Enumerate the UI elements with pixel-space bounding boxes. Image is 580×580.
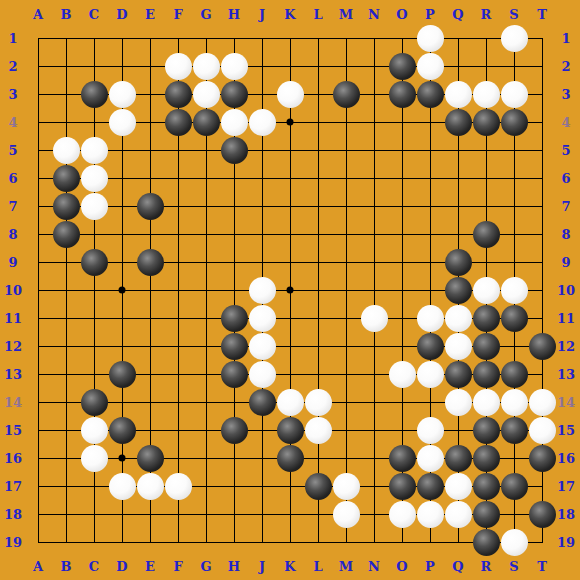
board-point-F7[interactable]	[164, 192, 192, 220]
board-point-T16[interactable]	[528, 444, 556, 472]
board-point-B7[interactable]	[52, 192, 80, 220]
board-point-M19[interactable]	[332, 528, 360, 556]
board-point-K5[interactable]	[276, 136, 304, 164]
board-point-P1[interactable]	[416, 24, 444, 52]
board-point-N3[interactable]	[360, 80, 388, 108]
board-point-R6[interactable]	[472, 164, 500, 192]
board-point-N11[interactable]	[360, 304, 388, 332]
board-point-P4[interactable]	[416, 108, 444, 136]
board-point-F14[interactable]	[164, 388, 192, 416]
board-point-S12[interactable]	[500, 332, 528, 360]
board-point-B9[interactable]	[52, 248, 80, 276]
board-point-F15[interactable]	[164, 416, 192, 444]
board-point-B8[interactable]	[52, 220, 80, 248]
board-point-G1[interactable]	[192, 24, 220, 52]
board-point-N10[interactable]	[360, 276, 388, 304]
board-point-M12[interactable]	[332, 332, 360, 360]
board-point-R15[interactable]	[472, 416, 500, 444]
board-point-K10[interactable]	[276, 276, 304, 304]
board-point-B14[interactable]	[52, 388, 80, 416]
board-point-D11[interactable]	[108, 304, 136, 332]
board-point-D18[interactable]	[108, 500, 136, 528]
board-point-J19[interactable]	[248, 528, 276, 556]
board-point-F10[interactable]	[164, 276, 192, 304]
board-point-C3[interactable]	[80, 80, 108, 108]
board-point-O6[interactable]	[388, 164, 416, 192]
board-point-Q11[interactable]	[444, 304, 472, 332]
board-point-J3[interactable]	[248, 80, 276, 108]
board-point-M2[interactable]	[332, 52, 360, 80]
board-point-Q9[interactable]	[444, 248, 472, 276]
board-point-E1[interactable]	[136, 24, 164, 52]
board-point-R14[interactable]	[472, 388, 500, 416]
board-point-M10[interactable]	[332, 276, 360, 304]
board-point-G4[interactable]	[192, 108, 220, 136]
board-point-R8[interactable]	[472, 220, 500, 248]
board-point-H5[interactable]	[220, 136, 248, 164]
board-point-P17[interactable]	[416, 472, 444, 500]
board-point-B4[interactable]	[52, 108, 80, 136]
board-point-T1[interactable]	[528, 24, 556, 52]
board-point-T8[interactable]	[528, 220, 556, 248]
board-point-L1[interactable]	[304, 24, 332, 52]
board-point-O1[interactable]	[388, 24, 416, 52]
board-point-F17[interactable]	[164, 472, 192, 500]
board-point-J4[interactable]	[248, 108, 276, 136]
board-point-M11[interactable]	[332, 304, 360, 332]
board-point-G5[interactable]	[192, 136, 220, 164]
board-point-P7[interactable]	[416, 192, 444, 220]
board-point-J11[interactable]	[248, 304, 276, 332]
board-point-T12[interactable]	[528, 332, 556, 360]
board-point-P3[interactable]	[416, 80, 444, 108]
board-point-P6[interactable]	[416, 164, 444, 192]
board-point-M14[interactable]	[332, 388, 360, 416]
board-point-R1[interactable]	[472, 24, 500, 52]
board-point-F19[interactable]	[164, 528, 192, 556]
board-point-A11[interactable]	[24, 304, 52, 332]
board-point-N19[interactable]	[360, 528, 388, 556]
board-point-T13[interactable]	[528, 360, 556, 388]
board-point-N15[interactable]	[360, 416, 388, 444]
board-point-S1[interactable]	[500, 24, 528, 52]
board-point-C6[interactable]	[80, 164, 108, 192]
board-point-Q5[interactable]	[444, 136, 472, 164]
board-point-T5[interactable]	[528, 136, 556, 164]
board-point-Q15[interactable]	[444, 416, 472, 444]
board-point-S17[interactable]	[500, 472, 528, 500]
board-point-C7[interactable]	[80, 192, 108, 220]
board-point-B17[interactable]	[52, 472, 80, 500]
board-point-N6[interactable]	[360, 164, 388, 192]
board-point-R16[interactable]	[472, 444, 500, 472]
board-point-G7[interactable]	[192, 192, 220, 220]
board-point-L15[interactable]	[304, 416, 332, 444]
board-point-N14[interactable]	[360, 388, 388, 416]
board-point-J8[interactable]	[248, 220, 276, 248]
board-point-K2[interactable]	[276, 52, 304, 80]
board-point-D5[interactable]	[108, 136, 136, 164]
board-point-B13[interactable]	[52, 360, 80, 388]
board-point-T17[interactable]	[528, 472, 556, 500]
board-point-H15[interactable]	[220, 416, 248, 444]
board-point-A1[interactable]	[24, 24, 52, 52]
board-point-H9[interactable]	[220, 248, 248, 276]
board-point-L18[interactable]	[304, 500, 332, 528]
board-point-A12[interactable]	[24, 332, 52, 360]
board-point-H14[interactable]	[220, 388, 248, 416]
board-point-K12[interactable]	[276, 332, 304, 360]
board-point-O4[interactable]	[388, 108, 416, 136]
board-point-T2[interactable]	[528, 52, 556, 80]
board-point-F13[interactable]	[164, 360, 192, 388]
board-point-C11[interactable]	[80, 304, 108, 332]
board-point-R11[interactable]	[472, 304, 500, 332]
board-point-A15[interactable]	[24, 416, 52, 444]
board-point-D3[interactable]	[108, 80, 136, 108]
board-point-M3[interactable]	[332, 80, 360, 108]
board-point-G19[interactable]	[192, 528, 220, 556]
board-point-A17[interactable]	[24, 472, 52, 500]
board-point-J2[interactable]	[248, 52, 276, 80]
board-point-S3[interactable]	[500, 80, 528, 108]
board-point-E6[interactable]	[136, 164, 164, 192]
board-point-Q2[interactable]	[444, 52, 472, 80]
board-point-Q4[interactable]	[444, 108, 472, 136]
board-point-C16[interactable]	[80, 444, 108, 472]
board-point-D9[interactable]	[108, 248, 136, 276]
board-point-M6[interactable]	[332, 164, 360, 192]
board-point-S5[interactable]	[500, 136, 528, 164]
board-point-C1[interactable]	[80, 24, 108, 52]
board-point-P16[interactable]	[416, 444, 444, 472]
board-point-M17[interactable]	[332, 472, 360, 500]
board-point-G14[interactable]	[192, 388, 220, 416]
board-point-D4[interactable]	[108, 108, 136, 136]
board-point-F5[interactable]	[164, 136, 192, 164]
board-point-E10[interactable]	[136, 276, 164, 304]
board-point-L5[interactable]	[304, 136, 332, 164]
board-point-A2[interactable]	[24, 52, 52, 80]
board-point-B12[interactable]	[52, 332, 80, 360]
board-point-K14[interactable]	[276, 388, 304, 416]
board-point-H19[interactable]	[220, 528, 248, 556]
board-point-A9[interactable]	[24, 248, 52, 276]
board-point-C2[interactable]	[80, 52, 108, 80]
board-point-B1[interactable]	[52, 24, 80, 52]
board-point-H16[interactable]	[220, 444, 248, 472]
board-point-K9[interactable]	[276, 248, 304, 276]
board-point-M9[interactable]	[332, 248, 360, 276]
board-point-N18[interactable]	[360, 500, 388, 528]
board-point-F11[interactable]	[164, 304, 192, 332]
board-point-M13[interactable]	[332, 360, 360, 388]
board-point-K17[interactable]	[276, 472, 304, 500]
board-point-E9[interactable]	[136, 248, 164, 276]
board-point-Q19[interactable]	[444, 528, 472, 556]
board-point-M5[interactable]	[332, 136, 360, 164]
board-point-D19[interactable]	[108, 528, 136, 556]
board-point-E16[interactable]	[136, 444, 164, 472]
board-point-Q8[interactable]	[444, 220, 472, 248]
board-point-F6[interactable]	[164, 164, 192, 192]
board-point-H12[interactable]	[220, 332, 248, 360]
board-point-K19[interactable]	[276, 528, 304, 556]
board-point-P12[interactable]	[416, 332, 444, 360]
board-point-E5[interactable]	[136, 136, 164, 164]
board-point-N12[interactable]	[360, 332, 388, 360]
board-point-F1[interactable]	[164, 24, 192, 52]
board-point-B3[interactable]	[52, 80, 80, 108]
board-point-Q6[interactable]	[444, 164, 472, 192]
board-point-A3[interactable]	[24, 80, 52, 108]
board-point-C19[interactable]	[80, 528, 108, 556]
board-point-N5[interactable]	[360, 136, 388, 164]
board-point-Q7[interactable]	[444, 192, 472, 220]
board-point-C10[interactable]	[80, 276, 108, 304]
board-point-K16[interactable]	[276, 444, 304, 472]
board-point-L17[interactable]	[304, 472, 332, 500]
board-point-J10[interactable]	[248, 276, 276, 304]
board-point-R12[interactable]	[472, 332, 500, 360]
board-point-G3[interactable]	[192, 80, 220, 108]
board-point-E17[interactable]	[136, 472, 164, 500]
board-point-B10[interactable]	[52, 276, 80, 304]
board-point-D1[interactable]	[108, 24, 136, 52]
board-point-J16[interactable]	[248, 444, 276, 472]
board-point-O11[interactable]	[388, 304, 416, 332]
board-point-T15[interactable]	[528, 416, 556, 444]
board-point-L14[interactable]	[304, 388, 332, 416]
board-point-A5[interactable]	[24, 136, 52, 164]
board-point-G18[interactable]	[192, 500, 220, 528]
board-point-D7[interactable]	[108, 192, 136, 220]
board-point-S2[interactable]	[500, 52, 528, 80]
board-point-O14[interactable]	[388, 388, 416, 416]
board-point-C13[interactable]	[80, 360, 108, 388]
board-point-J13[interactable]	[248, 360, 276, 388]
board-point-P9[interactable]	[416, 248, 444, 276]
board-point-D12[interactable]	[108, 332, 136, 360]
board-point-H13[interactable]	[220, 360, 248, 388]
board-point-T11[interactable]	[528, 304, 556, 332]
board-point-O16[interactable]	[388, 444, 416, 472]
board-point-K18[interactable]	[276, 500, 304, 528]
board-point-D14[interactable]	[108, 388, 136, 416]
board-point-J5[interactable]	[248, 136, 276, 164]
board-point-K15[interactable]	[276, 416, 304, 444]
board-point-F12[interactable]	[164, 332, 192, 360]
board-point-H4[interactable]	[220, 108, 248, 136]
board-point-F9[interactable]	[164, 248, 192, 276]
board-point-C9[interactable]	[80, 248, 108, 276]
board-point-O2[interactable]	[388, 52, 416, 80]
board-point-G11[interactable]	[192, 304, 220, 332]
board-point-M18[interactable]	[332, 500, 360, 528]
board-point-T6[interactable]	[528, 164, 556, 192]
board-point-G8[interactable]	[192, 220, 220, 248]
board-point-E2[interactable]	[136, 52, 164, 80]
board-point-M7[interactable]	[332, 192, 360, 220]
board-point-G2[interactable]	[192, 52, 220, 80]
board-point-M1[interactable]	[332, 24, 360, 52]
board-point-P2[interactable]	[416, 52, 444, 80]
board-point-P5[interactable]	[416, 136, 444, 164]
board-point-K1[interactable]	[276, 24, 304, 52]
board-point-B15[interactable]	[52, 416, 80, 444]
board-point-L13[interactable]	[304, 360, 332, 388]
board-point-E3[interactable]	[136, 80, 164, 108]
board-point-B19[interactable]	[52, 528, 80, 556]
board-point-G17[interactable]	[192, 472, 220, 500]
board-point-D6[interactable]	[108, 164, 136, 192]
board-point-H7[interactable]	[220, 192, 248, 220]
board-point-L4[interactable]	[304, 108, 332, 136]
board-point-B18[interactable]	[52, 500, 80, 528]
board-point-C8[interactable]	[80, 220, 108, 248]
board-point-B6[interactable]	[52, 164, 80, 192]
board-point-M4[interactable]	[332, 108, 360, 136]
board-point-B16[interactable]	[52, 444, 80, 472]
board-point-G15[interactable]	[192, 416, 220, 444]
board-point-L9[interactable]	[304, 248, 332, 276]
board-point-B2[interactable]	[52, 52, 80, 80]
board-point-N2[interactable]	[360, 52, 388, 80]
board-point-S18[interactable]	[500, 500, 528, 528]
board-point-P11[interactable]	[416, 304, 444, 332]
board-point-O17[interactable]	[388, 472, 416, 500]
board-point-O13[interactable]	[388, 360, 416, 388]
board-point-C15[interactable]	[80, 416, 108, 444]
board-point-K8[interactable]	[276, 220, 304, 248]
board-point-T3[interactable]	[528, 80, 556, 108]
board-point-L2[interactable]	[304, 52, 332, 80]
board-point-O10[interactable]	[388, 276, 416, 304]
board-point-S7[interactable]	[500, 192, 528, 220]
board-point-H6[interactable]	[220, 164, 248, 192]
board-point-J9[interactable]	[248, 248, 276, 276]
board-point-O12[interactable]	[388, 332, 416, 360]
board-point-L12[interactable]	[304, 332, 332, 360]
board-point-N8[interactable]	[360, 220, 388, 248]
board-point-B11[interactable]	[52, 304, 80, 332]
board-point-H17[interactable]	[220, 472, 248, 500]
board-point-S19[interactable]	[500, 528, 528, 556]
board-point-H10[interactable]	[220, 276, 248, 304]
board-point-S13[interactable]	[500, 360, 528, 388]
board-point-F18[interactable]	[164, 500, 192, 528]
board-point-S9[interactable]	[500, 248, 528, 276]
board-point-E13[interactable]	[136, 360, 164, 388]
board-point-C5[interactable]	[80, 136, 108, 164]
board-point-C4[interactable]	[80, 108, 108, 136]
board-point-L3[interactable]	[304, 80, 332, 108]
board-point-A16[interactable]	[24, 444, 52, 472]
board-point-Q17[interactable]	[444, 472, 472, 500]
board-point-S14[interactable]	[500, 388, 528, 416]
board-point-L6[interactable]	[304, 164, 332, 192]
board-point-F8[interactable]	[164, 220, 192, 248]
board-point-E11[interactable]	[136, 304, 164, 332]
board-point-T7[interactable]	[528, 192, 556, 220]
board-point-N16[interactable]	[360, 444, 388, 472]
board-point-S6[interactable]	[500, 164, 528, 192]
board-point-Q1[interactable]	[444, 24, 472, 52]
board-point-D8[interactable]	[108, 220, 136, 248]
board-point-E8[interactable]	[136, 220, 164, 248]
board-point-O5[interactable]	[388, 136, 416, 164]
board-point-R18[interactable]	[472, 500, 500, 528]
board-point-R5[interactable]	[472, 136, 500, 164]
board-point-N17[interactable]	[360, 472, 388, 500]
board-point-H3[interactable]	[220, 80, 248, 108]
board-point-M8[interactable]	[332, 220, 360, 248]
board-point-L11[interactable]	[304, 304, 332, 332]
board-point-R7[interactable]	[472, 192, 500, 220]
board-point-E12[interactable]	[136, 332, 164, 360]
board-point-D15[interactable]	[108, 416, 136, 444]
board-point-C12[interactable]	[80, 332, 108, 360]
board-point-G12[interactable]	[192, 332, 220, 360]
board-point-C17[interactable]	[80, 472, 108, 500]
board-point-K7[interactable]	[276, 192, 304, 220]
board-point-R19[interactable]	[472, 528, 500, 556]
board-point-A10[interactable]	[24, 276, 52, 304]
board-point-O9[interactable]	[388, 248, 416, 276]
board-point-P14[interactable]	[416, 388, 444, 416]
board-point-J15[interactable]	[248, 416, 276, 444]
board-point-S8[interactable]	[500, 220, 528, 248]
board-point-Q10[interactable]	[444, 276, 472, 304]
board-point-O18[interactable]	[388, 500, 416, 528]
board-point-R2[interactable]	[472, 52, 500, 80]
board-point-A19[interactable]	[24, 528, 52, 556]
board-point-D17[interactable]	[108, 472, 136, 500]
board-point-J1[interactable]	[248, 24, 276, 52]
board-point-D16[interactable]	[108, 444, 136, 472]
board-point-R10[interactable]	[472, 276, 500, 304]
board-point-F2[interactable]	[164, 52, 192, 80]
board-point-G16[interactable]	[192, 444, 220, 472]
board-point-R9[interactable]	[472, 248, 500, 276]
board-point-L16[interactable]	[304, 444, 332, 472]
board-point-J17[interactable]	[248, 472, 276, 500]
board-point-P13[interactable]	[416, 360, 444, 388]
board-point-T4[interactable]	[528, 108, 556, 136]
board-point-N1[interactable]	[360, 24, 388, 52]
board-point-T9[interactable]	[528, 248, 556, 276]
board-point-M15[interactable]	[332, 416, 360, 444]
board-point-H18[interactable]	[220, 500, 248, 528]
board-point-S11[interactable]	[500, 304, 528, 332]
board-point-J6[interactable]	[248, 164, 276, 192]
board-point-H2[interactable]	[220, 52, 248, 80]
board-point-P19[interactable]	[416, 528, 444, 556]
board-point-K13[interactable]	[276, 360, 304, 388]
board-point-O3[interactable]	[388, 80, 416, 108]
board-point-T18[interactable]	[528, 500, 556, 528]
board-point-A4[interactable]	[24, 108, 52, 136]
board-point-E4[interactable]	[136, 108, 164, 136]
board-point-F4[interactable]	[164, 108, 192, 136]
board-point-S15[interactable]	[500, 416, 528, 444]
board-point-P8[interactable]	[416, 220, 444, 248]
board-point-Q16[interactable]	[444, 444, 472, 472]
board-point-M16[interactable]	[332, 444, 360, 472]
board-point-G6[interactable]	[192, 164, 220, 192]
board-point-R3[interactable]	[472, 80, 500, 108]
board-point-P18[interactable]	[416, 500, 444, 528]
